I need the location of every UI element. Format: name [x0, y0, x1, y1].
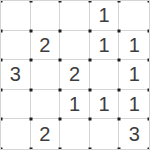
cell-r5c1[interactable]: [1, 119, 31, 149]
cell-r4c3[interactable]: 1: [60, 90, 90, 120]
cell-r1c5[interactable]: [119, 1, 149, 31]
cell-r2c2[interactable]: 2: [31, 31, 61, 61]
cell-r1c4[interactable]: 1: [90, 1, 120, 31]
cell-r2c1[interactable]: [1, 31, 31, 61]
slitherlink-board: 121132111123: [0, 0, 150, 150]
cell-r3c1[interactable]: 3: [1, 60, 31, 90]
cell-r1c1[interactable]: [1, 1, 31, 31]
cell-r4c5[interactable]: 1: [119, 90, 149, 120]
cell-r4c2[interactable]: [31, 90, 61, 120]
cell-r5c2[interactable]: 2: [31, 119, 61, 149]
cell-r2c5[interactable]: 1: [119, 31, 149, 61]
cell-r5c3[interactable]: [60, 119, 90, 149]
cell-r2c3[interactable]: [60, 31, 90, 61]
cell-r4c4[interactable]: 1: [90, 90, 120, 120]
cell-r1c3[interactable]: [60, 1, 90, 31]
cell-r5c5[interactable]: 3: [119, 119, 149, 149]
cell-r3c5[interactable]: 1: [119, 60, 149, 90]
cell-r3c3[interactable]: 2: [60, 60, 90, 90]
cell-r4c1[interactable]: [1, 90, 31, 120]
cell-r5c4[interactable]: [90, 119, 120, 149]
cell-r2c4[interactable]: 1: [90, 31, 120, 61]
cell-r3c4[interactable]: [90, 60, 120, 90]
cell-r3c2[interactable]: [31, 60, 61, 90]
cell-r1c2[interactable]: [31, 1, 61, 31]
